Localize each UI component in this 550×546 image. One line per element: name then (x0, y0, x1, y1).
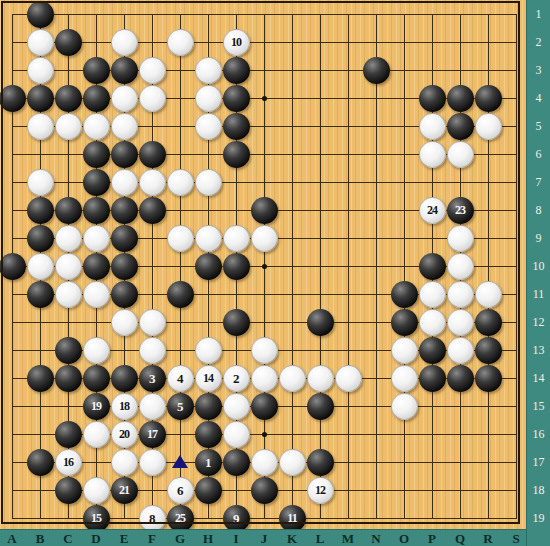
column-label-N: N (366, 531, 386, 546)
row-label-15: 15 (527, 399, 550, 413)
white-stone-D16[interactable] (83, 421, 110, 448)
star-point-J16 (262, 432, 267, 437)
white-stone-E5[interactable] (111, 113, 138, 140)
black-stone-A10[interactable] (0, 253, 26, 280)
black-stone-H17[interactable]: 1 (195, 449, 222, 476)
black-stone-R14[interactable] (475, 365, 502, 392)
white-stone-R11[interactable] (475, 281, 502, 308)
black-stone-L15[interactable] (307, 393, 334, 420)
move-number-17: 17 (147, 428, 157, 440)
black-stone-J15[interactable] (251, 393, 278, 420)
white-stone-F7[interactable] (139, 169, 166, 196)
white-stone-F12[interactable] (139, 309, 166, 336)
white-stone-G14[interactable]: 4 (167, 365, 194, 392)
row-label-5: 5 (527, 119, 550, 133)
black-stone-B17[interactable] (27, 449, 54, 476)
row-label-1: 1 (527, 7, 550, 21)
column-label-I: I (226, 531, 246, 546)
move-number-9: 9 (233, 512, 239, 525)
move-number-23: 23 (455, 204, 465, 216)
black-stone-D3[interactable] (83, 57, 110, 84)
column-label-D: D (86, 531, 106, 546)
row-label-7: 7 (527, 175, 550, 189)
black-stone-Q14[interactable] (447, 365, 474, 392)
black-stone-E11[interactable] (111, 281, 138, 308)
black-stone-D6[interactable] (83, 141, 110, 168)
row-label-11: 11 (527, 287, 550, 301)
move-number-8: 8 (149, 512, 155, 525)
black-stone-E6[interactable] (111, 141, 138, 168)
white-stone-F13[interactable] (139, 337, 166, 364)
black-stone-D15[interactable]: 19 (83, 393, 110, 420)
black-stone-E8[interactable] (111, 197, 138, 224)
white-stone-I14[interactable]: 2 (223, 365, 250, 392)
white-stone-I2[interactable]: 10 (223, 29, 250, 56)
black-stone-B11[interactable] (27, 281, 54, 308)
move-number-15: 15 (91, 512, 101, 524)
black-stone-R12[interactable] (475, 309, 502, 336)
move-number-25: 25 (175, 512, 185, 524)
black-stone-D8[interactable] (83, 197, 110, 224)
white-stone-O15[interactable] (391, 393, 418, 420)
white-stone-L14[interactable] (307, 365, 334, 392)
black-stone-C8[interactable] (55, 197, 82, 224)
move-number-12: 12 (315, 484, 325, 496)
black-stone-O12[interactable] (391, 309, 418, 336)
row-label-17: 17 (527, 455, 550, 469)
black-stone-E18[interactable]: 21 (111, 477, 138, 504)
grid-vertical-line-K (292, 14, 293, 519)
black-stone-E10[interactable] (111, 253, 138, 280)
white-stone-I15[interactable] (223, 393, 250, 420)
column-label-strip: ABCDEFGHIJKLMNOPQRS (0, 529, 550, 546)
triangle-marker-G17 (172, 455, 188, 468)
column-label-P: P (422, 531, 442, 546)
white-stone-Q12[interactable] (447, 309, 474, 336)
black-stone-F6[interactable] (139, 141, 166, 168)
black-stone-L12[interactable] (307, 309, 334, 336)
black-stone-G15[interactable]: 5 (167, 393, 194, 420)
white-stone-Q9[interactable] (447, 225, 474, 252)
row-label-6: 6 (527, 147, 550, 161)
column-label-H: H (198, 531, 218, 546)
black-stone-C16[interactable] (55, 421, 82, 448)
black-stone-C18[interactable] (55, 477, 82, 504)
move-number-19: 19 (91, 400, 101, 412)
white-stone-C10[interactable] (55, 253, 82, 280)
black-stone-Q5[interactable] (447, 113, 474, 140)
white-stone-R5[interactable] (475, 113, 502, 140)
move-number-11: 11 (287, 512, 296, 524)
black-stone-P4[interactable] (419, 85, 446, 112)
column-label-M: M (338, 531, 358, 546)
row-label-2: 2 (527, 35, 550, 49)
white-stone-Q13[interactable] (447, 337, 474, 364)
grid-vertical-line-N (376, 14, 377, 519)
grid-vertical-line-O (404, 14, 405, 519)
black-stone-L17[interactable] (307, 449, 334, 476)
white-stone-G18[interactable]: 6 (167, 477, 194, 504)
white-stone-D5[interactable] (83, 113, 110, 140)
column-label-J: J (254, 531, 274, 546)
white-stone-D18[interactable] (83, 477, 110, 504)
white-stone-Q6[interactable] (447, 141, 474, 168)
white-stone-J9[interactable] (251, 225, 278, 252)
black-stone-E14[interactable] (111, 365, 138, 392)
black-stone-R13[interactable] (475, 337, 502, 364)
black-stone-G19[interactable]: 25 (167, 505, 194, 532)
black-stone-A4[interactable] (0, 85, 26, 112)
white-stone-G7[interactable] (167, 169, 194, 196)
black-stone-H18[interactable] (195, 477, 222, 504)
black-stone-P13[interactable] (419, 337, 446, 364)
column-label-L: L (310, 531, 330, 546)
white-stone-E16[interactable]: 20 (111, 421, 138, 448)
grid-vertical-line-M (348, 14, 349, 519)
white-stone-Q11[interactable] (447, 281, 474, 308)
white-stone-L18[interactable]: 12 (307, 477, 334, 504)
row-label-3: 3 (527, 63, 550, 77)
black-stone-E9[interactable] (111, 225, 138, 252)
white-stone-H14[interactable]: 14 (195, 365, 222, 392)
column-label-G: G (170, 531, 190, 546)
white-stone-E2[interactable] (111, 29, 138, 56)
white-stone-K17[interactable] (279, 449, 306, 476)
white-stone-C9[interactable] (55, 225, 82, 252)
white-stone-E15[interactable]: 18 (111, 393, 138, 420)
column-label-F: F (142, 531, 162, 546)
black-stone-C13[interactable] (55, 337, 82, 364)
white-stone-E17[interactable] (111, 449, 138, 476)
move-number-18: 18 (119, 400, 129, 412)
white-stone-B10[interactable] (27, 253, 54, 280)
move-number-10: 10 (231, 36, 241, 48)
black-stone-P14[interactable] (419, 365, 446, 392)
row-label-18: 18 (527, 483, 550, 497)
black-stone-P10[interactable] (419, 253, 446, 280)
black-stone-H16[interactable] (195, 421, 222, 448)
column-label-R: R (478, 531, 498, 546)
white-stone-P6[interactable] (419, 141, 446, 168)
grid-vertical-line-L (320, 14, 321, 519)
move-number-4: 4 (177, 372, 183, 385)
white-stone-H7[interactable] (195, 169, 222, 196)
black-stone-B8[interactable] (27, 197, 54, 224)
move-number-20: 20 (119, 428, 129, 440)
black-stone-F8[interactable] (139, 197, 166, 224)
white-stone-I9[interactable] (223, 225, 250, 252)
move-number-1: 1 (205, 456, 211, 469)
column-label-S: S (506, 531, 526, 546)
white-stone-B2[interactable] (27, 29, 54, 56)
white-stone-E4[interactable] (111, 85, 138, 112)
white-stone-B5[interactable] (27, 113, 54, 140)
row-label-12: 12 (527, 315, 550, 329)
row-label-4: 4 (527, 91, 550, 105)
black-stone-I4[interactable] (223, 85, 250, 112)
column-label-O: O (394, 531, 414, 546)
black-stone-I3[interactable] (223, 57, 250, 84)
black-stone-C4[interactable] (55, 85, 82, 112)
move-number-6: 6 (177, 484, 183, 497)
white-stone-O13[interactable] (391, 337, 418, 364)
column-label-A: A (2, 531, 22, 546)
white-stone-C5[interactable] (55, 113, 82, 140)
white-stone-F3[interactable] (139, 57, 166, 84)
go-board[interactable]: 102423341421918520171612161215825911 (0, 0, 526, 529)
white-stone-P12[interactable] (419, 309, 446, 336)
black-stone-B1[interactable] (27, 1, 54, 28)
black-stone-N3[interactable] (363, 57, 390, 84)
black-stone-D7[interactable] (83, 169, 110, 196)
white-stone-C11[interactable] (55, 281, 82, 308)
move-number-3: 3 (149, 372, 155, 385)
row-label-9: 9 (527, 231, 550, 245)
black-stone-K19[interactable]: 11 (279, 505, 306, 532)
move-number-21: 21 (119, 484, 129, 496)
move-number-5: 5 (177, 400, 183, 413)
white-stone-H13[interactable] (195, 337, 222, 364)
black-stone-J8[interactable] (251, 197, 278, 224)
white-stone-D11[interactable] (83, 281, 110, 308)
white-stone-J14[interactable] (251, 365, 278, 392)
move-number-14: 14 (203, 372, 213, 384)
white-stone-G2[interactable] (167, 29, 194, 56)
black-stone-R4[interactable] (475, 85, 502, 112)
white-stone-Q10[interactable] (447, 253, 474, 280)
white-stone-F4[interactable] (139, 85, 166, 112)
white-stone-J17[interactable] (251, 449, 278, 476)
go-board-screen: 102423341421918520171612161215825911 ABC… (0, 0, 550, 546)
black-stone-I5[interactable] (223, 113, 250, 140)
white-stone-M14[interactable] (335, 365, 362, 392)
black-stone-C2[interactable] (55, 29, 82, 56)
black-stone-O11[interactable] (391, 281, 418, 308)
black-stone-F14[interactable]: 3 (139, 365, 166, 392)
white-stone-K14[interactable] (279, 365, 306, 392)
column-label-Q: Q (450, 531, 470, 546)
black-stone-D14[interactable] (83, 365, 110, 392)
row-label-strip: 12345678910111213141516171819 (526, 0, 550, 546)
move-number-2: 2 (233, 372, 239, 385)
black-stone-B14[interactable] (27, 365, 54, 392)
white-stone-F17[interactable] (139, 449, 166, 476)
white-stone-D9[interactable] (83, 225, 110, 252)
white-stone-E7[interactable] (111, 169, 138, 196)
row-label-14: 14 (527, 371, 550, 385)
black-stone-I6[interactable] (223, 141, 250, 168)
black-stone-D19[interactable]: 15 (83, 505, 110, 532)
white-stone-O14[interactable] (391, 365, 418, 392)
black-stone-I12[interactable] (223, 309, 250, 336)
black-stone-I10[interactable] (223, 253, 250, 280)
row-label-8: 8 (527, 203, 550, 217)
column-label-E: E (114, 531, 134, 546)
white-stone-F19[interactable]: 8 (139, 505, 166, 532)
black-stone-E3[interactable] (111, 57, 138, 84)
row-label-10: 10 (527, 259, 550, 273)
white-stone-H9[interactable] (195, 225, 222, 252)
black-stone-G11[interactable] (167, 281, 194, 308)
star-point-J10 (262, 264, 267, 269)
white-stone-C17[interactable]: 16 (55, 449, 82, 476)
black-stone-H15[interactable] (195, 393, 222, 420)
white-stone-H4[interactable] (195, 85, 222, 112)
column-label-C: C (58, 531, 78, 546)
white-stone-H5[interactable] (195, 113, 222, 140)
move-number-24: 24 (427, 204, 437, 216)
column-label-K: K (282, 531, 302, 546)
black-stone-Q8[interactable]: 23 (447, 197, 474, 224)
grid-vertical-line-S (516, 14, 517, 519)
column-label-B: B (30, 531, 50, 546)
white-stone-I16[interactable] (223, 421, 250, 448)
white-stone-D13[interactable] (83, 337, 110, 364)
black-stone-I17[interactable] (223, 449, 250, 476)
row-label-16: 16 (527, 427, 550, 441)
black-stone-B9[interactable] (27, 225, 54, 252)
black-stone-D10[interactable] (83, 253, 110, 280)
black-stone-B4[interactable] (27, 85, 54, 112)
black-stone-H10[interactable] (195, 253, 222, 280)
white-stone-P5[interactable] (419, 113, 446, 140)
white-stone-B7[interactable] (27, 169, 54, 196)
black-stone-D4[interactable] (83, 85, 110, 112)
black-stone-J18[interactable] (251, 477, 278, 504)
black-stone-I19[interactable]: 9 (223, 505, 250, 532)
white-stone-B3[interactable] (27, 57, 54, 84)
row-label-19: 19 (527, 511, 550, 525)
black-stone-Q4[interactable] (447, 85, 474, 112)
white-stone-E12[interactable] (111, 309, 138, 336)
white-stone-P11[interactable] (419, 281, 446, 308)
black-stone-F16[interactable]: 17 (139, 421, 166, 448)
white-stone-J13[interactable] (251, 337, 278, 364)
white-stone-H3[interactable] (195, 57, 222, 84)
move-number-16: 16 (63, 456, 73, 468)
white-stone-G9[interactable] (167, 225, 194, 252)
white-stone-F15[interactable] (139, 393, 166, 420)
row-label-13: 13 (527, 343, 550, 357)
star-point-J4 (262, 96, 267, 101)
white-stone-P8[interactable]: 24 (419, 197, 446, 224)
black-stone-C14[interactable] (55, 365, 82, 392)
